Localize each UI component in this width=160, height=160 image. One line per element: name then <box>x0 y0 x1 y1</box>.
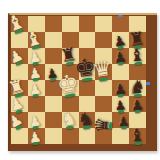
blue-speck <box>146 82 150 85</box>
felt-base <box>66 126 74 130</box>
blue-speck <box>118 15 123 17</box>
board-pieces: ♝♝♟♟♜♟♟♛♚♞♟♟♟♟♟♜♟♝♜♟♚♟♞♟♟♞♛♟♝ <box>11 16 146 144</box>
felt-base <box>99 77 108 81</box>
felt-base <box>133 62 141 66</box>
chess-board: ♝♝♟♟♜♟♟♛♚♞♟♟♟♟♟♜♟♝♜♟♚♟♞♟♟♞♛♟♝ <box>8 13 157 151</box>
felt-base <box>33 142 39 146</box>
chess-photo: ♝♝♟♟♜♟♟♛♚♞♟♟♟♟♟♜♟♝♜♟♚♟♞♟♟♞♛♟♝ <box>0 0 160 160</box>
felt-base <box>133 142 141 146</box>
felt-base <box>117 62 123 66</box>
felt-base <box>33 94 39 98</box>
